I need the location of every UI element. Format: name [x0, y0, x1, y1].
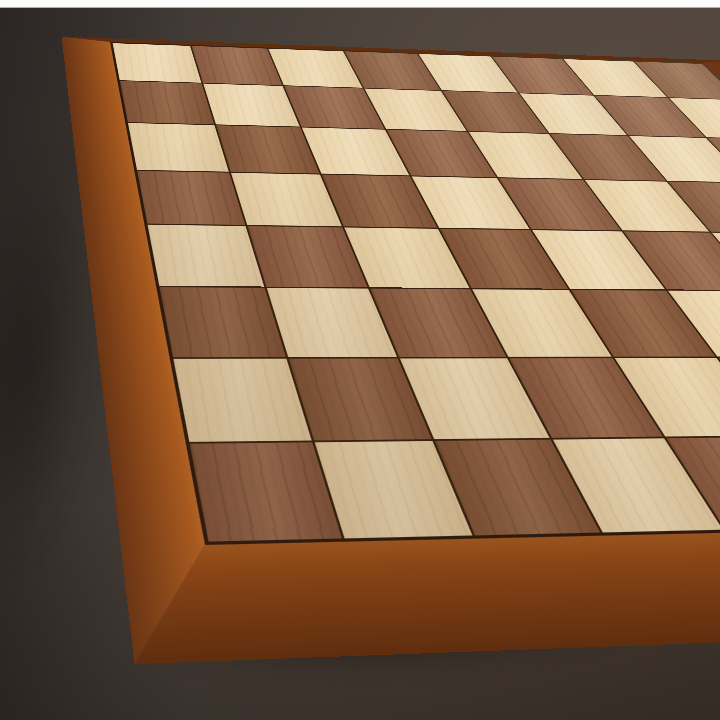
square-a7[interactable] — [120, 81, 214, 125]
square-a2[interactable] — [173, 359, 311, 442]
square-a8[interactable] — [113, 43, 201, 82]
chessboard — [110, 42, 720, 545]
playing-surface — [110, 42, 720, 545]
square-a3[interactable] — [159, 287, 285, 357]
square-b8[interactable] — [191, 46, 282, 85]
square-a6[interactable] — [128, 123, 228, 171]
photo-top-white-strip — [0, 0, 720, 8]
photo-canvas: { "game": "chess", "position": { "fen": … — [0, 0, 720, 720]
square-a5[interactable] — [137, 171, 245, 225]
square-a4[interactable] — [148, 225, 264, 287]
